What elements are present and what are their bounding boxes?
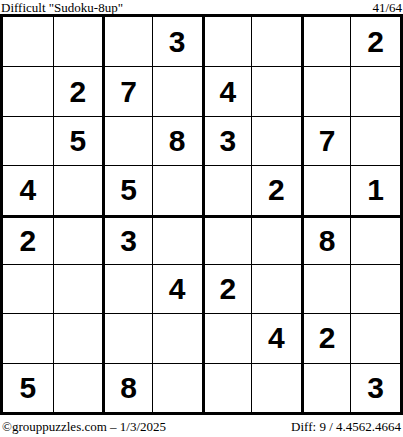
puzzle-title: Difficult "Sudoku-8up" — [1, 1, 123, 14]
cell-r1c4: 3 — [152, 17, 202, 66]
cell-r4c4[interactable] — [152, 165, 202, 214]
cell-r6c4: 4 — [152, 264, 202, 313]
cell-r4c3: 5 — [102, 165, 152, 214]
cell-r7c3[interactable] — [102, 313, 152, 362]
cell-r7c4[interactable] — [152, 313, 202, 362]
cell-r1c8: 2 — [350, 17, 400, 66]
cell-r2c2: 2 — [53, 66, 103, 115]
cell-r3c8[interactable] — [350, 116, 400, 165]
puzzle-counter: 41/64 — [372, 1, 402, 14]
cell-r4c1: 4 — [3, 165, 53, 214]
cell-r6c8[interactable] — [350, 264, 400, 313]
sudoku-page: Difficult "Sudoku-8up" 41/64 32274583745… — [0, 0, 403, 437]
cell-r3c6[interactable] — [251, 116, 301, 165]
cell-r5c3: 3 — [102, 215, 152, 264]
cell-r8c8: 3 — [350, 363, 400, 412]
cell-r5c4[interactable] — [152, 215, 202, 264]
cell-r6c5: 2 — [202, 264, 252, 313]
cell-r4c8: 1 — [350, 165, 400, 214]
cell-r6c6[interactable] — [251, 264, 301, 313]
cell-r2c6[interactable] — [251, 66, 301, 115]
cell-r3c4: 8 — [152, 116, 202, 165]
cell-r2c4[interactable] — [152, 66, 202, 115]
cell-r3c5: 3 — [202, 116, 252, 165]
cell-r3c7: 7 — [301, 116, 351, 165]
cell-r6c3[interactable] — [102, 264, 152, 313]
cell-r1c7[interactable] — [301, 17, 351, 66]
cell-r5c6[interactable] — [251, 215, 301, 264]
cell-r4c6: 2 — [251, 165, 301, 214]
cell-r4c5[interactable] — [202, 165, 252, 214]
cell-r6c2[interactable] — [53, 264, 103, 313]
cell-r7c5[interactable] — [202, 313, 252, 362]
cell-r8c2[interactable] — [53, 363, 103, 412]
cell-r8c3: 8 — [102, 363, 152, 412]
cell-r8c6[interactable] — [251, 363, 301, 412]
cell-r1c1[interactable] — [3, 17, 53, 66]
cell-r1c5[interactable] — [202, 17, 252, 66]
cell-r3c3[interactable] — [102, 116, 152, 165]
cell-r5c7: 8 — [301, 215, 351, 264]
cell-r5c8[interactable] — [350, 215, 400, 264]
difficulty-text: Diff: 9 / 4.4562.4664 — [291, 419, 401, 435]
cell-r3c2: 5 — [53, 116, 103, 165]
cell-r8c7[interactable] — [301, 363, 351, 412]
sudoku-board: 32274583745212384242583 — [0, 14, 403, 415]
cell-r3c1[interactable] — [3, 116, 53, 165]
cell-r2c8[interactable] — [350, 66, 400, 115]
footer: ©grouppuzzles.com – 1/3/2025 Diff: 9 / 4… — [0, 415, 403, 437]
cell-r6c7[interactable] — [301, 264, 351, 313]
cell-r1c3[interactable] — [102, 17, 152, 66]
cell-r7c7: 2 — [301, 313, 351, 362]
cell-r4c7[interactable] — [301, 165, 351, 214]
cell-r2c3: 7 — [102, 66, 152, 115]
cell-r8c4[interactable] — [152, 363, 202, 412]
cell-r6c1[interactable] — [3, 264, 53, 313]
cell-r7c8[interactable] — [350, 313, 400, 362]
cell-r5c5[interactable] — [202, 215, 252, 264]
cell-r8c5[interactable] — [202, 363, 252, 412]
cell-r7c2[interactable] — [53, 313, 103, 362]
cell-r5c2[interactable] — [53, 215, 103, 264]
cell-r5c1: 2 — [3, 215, 53, 264]
copyright-text: ©grouppuzzles.com – 1/3/2025 — [2, 419, 166, 435]
cell-r1c6[interactable] — [251, 17, 301, 66]
cell-r8c1: 5 — [3, 363, 53, 412]
cell-r4c2[interactable] — [53, 165, 103, 214]
cell-r7c6: 4 — [251, 313, 301, 362]
cell-r1c2[interactable] — [53, 17, 103, 66]
header: Difficult "Sudoku-8up" 41/64 — [0, 0, 403, 14]
cell-r2c1[interactable] — [3, 66, 53, 115]
cell-r7c1[interactable] — [3, 313, 53, 362]
cell-r2c7[interactable] — [301, 66, 351, 115]
cell-r2c5: 4 — [202, 66, 252, 115]
